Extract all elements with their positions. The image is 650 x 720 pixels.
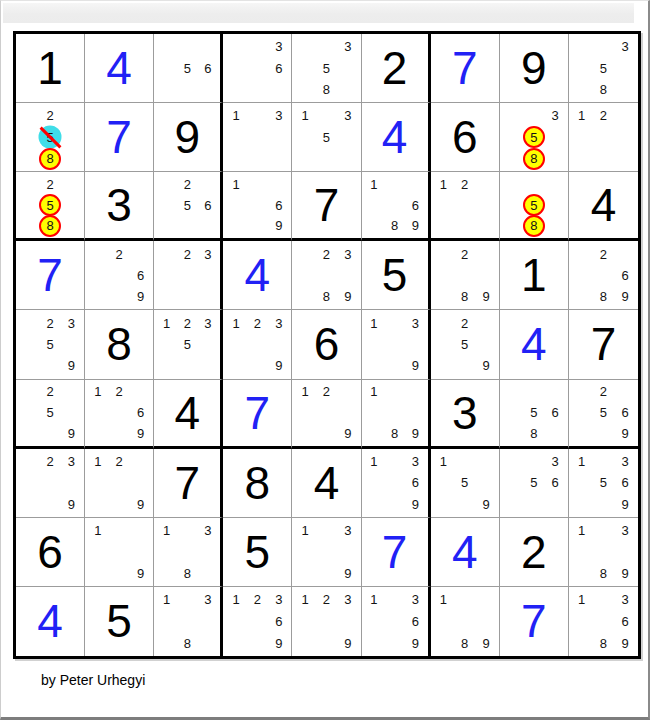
- candidate-empty-slot: [337, 265, 358, 286]
- title-bar: [3, 3, 634, 23]
- candidate-empty-slot: [247, 611, 268, 633]
- candidate-empty-slot: [433, 286, 454, 307]
- cell-r9c8[interactable]: 7: [500, 587, 569, 656]
- candidate-3: 3: [614, 36, 636, 57]
- candidate-empty-slot: [61, 472, 82, 493]
- candidate-empty-slot: [364, 611, 385, 633]
- candidate-empty-slot: [384, 451, 405, 472]
- cell-r4c9[interactable]: 2689: [569, 241, 638, 310]
- cell-r8c8[interactable]: 2: [500, 518, 569, 587]
- candidate-empty-slot: [294, 243, 315, 264]
- cell-r3c8[interactable]: 58: [500, 172, 569, 241]
- candidate-grid: 2389: [294, 243, 358, 307]
- candidate-grid: 13: [225, 105, 289, 169]
- cell-r5c8[interactable]: 4: [500, 310, 569, 379]
- candidate-empty-slot: [384, 312, 405, 333]
- candidate-6: 6: [268, 57, 289, 78]
- candidate-1: 1: [294, 105, 315, 126]
- candidate-empty-slot: [614, 57, 636, 78]
- candidate-circle-highlight: 8: [523, 148, 545, 170]
- candidate-3: 3: [198, 243, 219, 264]
- candidate-2: 2: [316, 589, 337, 611]
- cell-r4c8[interactable]: 1: [500, 241, 569, 310]
- cell-r3c5[interactable]: 7: [292, 172, 361, 241]
- candidate-empty-slot: [130, 520, 151, 541]
- cell-r9c4[interactable]: 12369: [223, 587, 292, 656]
- cell-r4c3[interactable]: 23: [154, 241, 223, 310]
- candidate-eliminated-highlight: 5: [39, 126, 62, 149]
- cell-r1c9[interactable]: 358: [569, 34, 638, 103]
- given-digit: 6: [16, 518, 84, 586]
- candidate-empty-slot: [337, 148, 358, 169]
- candidate-5: 5: [316, 57, 337, 78]
- candidate-empty-slot: [130, 541, 151, 562]
- candidate-1: 1: [87, 451, 108, 472]
- candidate-empty-slot: [475, 589, 496, 611]
- candidate-6: 6: [405, 611, 426, 633]
- candidate-empty-slot: [177, 79, 198, 100]
- cell-r3c3[interactable]: 256: [154, 172, 223, 241]
- candidate-grid: 568: [502, 382, 566, 444]
- candidate-empty-slot: [156, 541, 177, 562]
- candidate-empty-slot: [61, 216, 82, 237]
- candidate-2: 2: [177, 312, 198, 333]
- cell-r7c7[interactable]: 159: [431, 449, 500, 518]
- candidate-grid: 58: [502, 174, 566, 236]
- candidate-empty-slot: [198, 265, 219, 286]
- cell-r8c1[interactable]: 6: [16, 518, 85, 587]
- author-credit: by Peter Urhegyi: [41, 672, 145, 688]
- candidate-empty-slot: [475, 216, 496, 237]
- cell-r7c4[interactable]: 8: [223, 449, 292, 518]
- cell-r4c7[interactable]: 289: [431, 241, 500, 310]
- candidate-grid: 269: [87, 243, 151, 307]
- candidate-empty-slot: [454, 611, 475, 633]
- candidate-empty-slot: [177, 265, 198, 286]
- candidate-grid: 2359: [18, 312, 82, 376]
- cell-r2c9[interactable]: 12: [569, 103, 638, 172]
- cell-r4c1[interactable]: 7: [16, 241, 85, 310]
- candidate-5: 5: [593, 402, 615, 423]
- cell-r1c7[interactable]: 7: [431, 34, 500, 103]
- candidate-grid: 1239: [294, 589, 358, 654]
- candidate-empty-slot: [571, 286, 593, 307]
- cell-r7c9[interactable]: 13569: [569, 449, 638, 518]
- candidate-empty-slot: [502, 174, 523, 195]
- candidate-empty-slot: [384, 493, 405, 514]
- candidate-empty-slot: [130, 451, 151, 472]
- cell-r4c6[interactable]: 5: [362, 241, 431, 310]
- given-digit: 3: [431, 380, 499, 446]
- candidate-9: 9: [268, 216, 289, 237]
- candidate-empty-slot: [156, 174, 177, 195]
- candidate-grid: 138: [156, 589, 218, 654]
- cell-r8c9[interactable]: 1389: [569, 518, 638, 587]
- candidate-empty-slot: [61, 195, 82, 216]
- cell-r7c6[interactable]: 1369: [362, 449, 431, 518]
- candidate-grid: 1369: [364, 589, 426, 654]
- given-digit: 7: [292, 172, 360, 238]
- candidate-empty-slot: [18, 174, 39, 195]
- cell-r7c3[interactable]: 7: [154, 449, 223, 518]
- cell-r5c3[interactable]: 1235: [154, 310, 223, 379]
- cell-r6c7[interactable]: 3: [431, 380, 500, 449]
- candidate-empty-slot: [454, 195, 475, 216]
- given-digit: 7: [569, 310, 638, 378]
- cell-r9c1[interactable]: 4: [16, 587, 85, 656]
- candidate-empty-slot: [268, 126, 289, 147]
- candidate-5: 5: [177, 195, 198, 216]
- candidate-empty-slot: [502, 105, 523, 126]
- candidate-5: 5: [177, 334, 198, 355]
- candidate-3: 3: [337, 589, 358, 611]
- entered-digit: 7: [223, 380, 291, 446]
- candidate-5: 5: [39, 126, 60, 147]
- candidate-empty-slot: [614, 541, 636, 562]
- candidate-grid: 258: [18, 174, 82, 236]
- candidate-empty-slot: [593, 611, 615, 633]
- candidate-empty-slot: [502, 472, 523, 493]
- candidate-empty-slot: [571, 541, 593, 562]
- candidate-empty-slot: [571, 493, 593, 514]
- candidate-empty-slot: [247, 195, 268, 216]
- candidate-empty-slot: [384, 472, 405, 493]
- cell-r7c2[interactable]: 129: [85, 449, 154, 518]
- candidate-6: 6: [405, 472, 426, 493]
- candidate-grid: 135: [294, 105, 358, 169]
- candidate-8: 8: [316, 286, 337, 307]
- cell-r3c1[interactable]: 258: [16, 172, 85, 241]
- given-digit: 4: [569, 172, 638, 238]
- candidate-empty-slot: [454, 493, 475, 514]
- cell-r5c4[interactable]: 1239: [223, 310, 292, 379]
- cell-r4c4[interactable]: 4: [223, 241, 292, 310]
- candidate-2: 2: [108, 451, 129, 472]
- candidate-empty-slot: [39, 423, 60, 444]
- candidate-5: 5: [454, 334, 475, 355]
- candidate-empty-slot: [108, 541, 129, 562]
- candidate-empty-slot: [87, 472, 108, 493]
- candidate-empty-slot: [593, 493, 615, 514]
- cell-r7c1[interactable]: 239: [16, 449, 85, 518]
- entered-digit: 4: [500, 310, 568, 378]
- cell-r1c8[interactable]: 9: [500, 34, 569, 103]
- candidate-empty-slot: [225, 632, 246, 654]
- cell-r2c4[interactable]: 13: [223, 103, 292, 172]
- candidate-grid: 1689: [364, 174, 426, 236]
- candidate-3: 3: [545, 105, 566, 126]
- cell-r2c6[interactable]: 4: [362, 103, 431, 172]
- candidate-empty-slot: [268, 79, 289, 100]
- candidate-empty-slot: [247, 36, 268, 57]
- candidate-empty-slot: [571, 472, 593, 493]
- cell-r1c2[interactable]: 4: [85, 34, 154, 103]
- candidate-empty-slot: [225, 36, 246, 57]
- candidate-empty-slot: [523, 174, 544, 195]
- cell-r6c2[interactable]: 1269: [85, 380, 154, 449]
- candidate-empty-slot: [502, 423, 523, 444]
- candidate-empty-slot: [198, 79, 219, 100]
- cell-r4c5[interactable]: 2389: [292, 241, 361, 310]
- candidate-1: 1: [571, 589, 593, 611]
- candidate-grid: 159: [433, 451, 497, 515]
- candidate-empty-slot: [614, 126, 636, 147]
- cell-r2c7[interactable]: 6: [431, 103, 500, 172]
- candidate-9: 9: [475, 286, 496, 307]
- candidate-2: 2: [454, 243, 475, 264]
- cell-r3c9[interactable]: 4: [569, 172, 638, 241]
- candidate-empty-slot: [294, 265, 315, 286]
- cell-r3c6[interactable]: 1689: [362, 172, 431, 241]
- candidate-empty-slot: [18, 355, 39, 376]
- candidate-6: 6: [130, 402, 151, 423]
- candidate-empty-slot: [571, 402, 593, 423]
- candidate-empty-slot: [247, 334, 268, 355]
- cell-r2c5[interactable]: 135: [292, 103, 361, 172]
- candidate-3: 3: [337, 520, 358, 541]
- entered-digit: 7: [431, 34, 499, 102]
- candidate-empty-slot: [454, 216, 475, 237]
- candidate-grid: 169: [225, 174, 289, 236]
- candidate-empty-slot: [156, 79, 177, 100]
- candidate-2: 2: [39, 174, 60, 195]
- candidate-empty-slot: [545, 126, 566, 147]
- cell-r6c1[interactable]: 259: [16, 380, 85, 449]
- candidate-empty-slot: [130, 472, 151, 493]
- candidate-empty-slot: [502, 382, 523, 403]
- candidate-empty-slot: [433, 265, 454, 286]
- candidate-empty-slot: [18, 334, 39, 355]
- candidate-empty-slot: [364, 216, 385, 237]
- candidate-2: 2: [108, 382, 129, 403]
- candidate-9: 9: [405, 355, 426, 376]
- cell-r8c4[interactable]: 5: [223, 518, 292, 587]
- candidate-grid: 19: [87, 520, 151, 584]
- candidate-8: 8: [454, 632, 475, 654]
- candidate-empty-slot: [316, 520, 337, 541]
- candidate-empty-slot: [593, 126, 615, 147]
- cell-r9c2[interactable]: 5: [85, 587, 154, 656]
- candidate-empty-slot: [433, 355, 454, 376]
- candidate-empty-slot: [475, 174, 496, 195]
- candidate-9: 9: [614, 563, 636, 584]
- candidate-empty-slot: [294, 541, 315, 562]
- entered-digit: 4: [223, 241, 291, 309]
- cell-r1c3[interactable]: 56: [154, 34, 223, 103]
- candidate-empty-slot: [156, 355, 177, 376]
- candidate-empty-slot: [571, 632, 593, 654]
- candidate-5: 5: [39, 334, 60, 355]
- candidate-empty-slot: [39, 493, 60, 514]
- candidate-empty-slot: [571, 611, 593, 633]
- candidate-empty-slot: [571, 36, 593, 57]
- candidate-empty-slot: [364, 195, 385, 216]
- candidate-3: 3: [337, 243, 358, 264]
- cell-r8c3[interactable]: 138: [154, 518, 223, 587]
- cell-r6c5[interactable]: 129: [292, 380, 361, 449]
- candidate-empty-slot: [316, 148, 337, 169]
- candidate-empty-slot: [87, 243, 108, 264]
- candidate-empty-slot: [364, 493, 385, 514]
- candidate-empty-slot: [405, 174, 426, 195]
- sudoku-board: 1456363582793582587913135463581225832561…: [13, 31, 641, 659]
- entered-digit: 7: [85, 103, 153, 171]
- candidate-empty-slot: [39, 472, 60, 493]
- candidate-9: 9: [405, 632, 426, 654]
- candidate-2: 2: [593, 105, 615, 126]
- candidate-empty-slot: [87, 402, 108, 423]
- candidate-empty-slot: [545, 216, 566, 237]
- candidate-grid: 13689: [571, 589, 636, 654]
- cell-r6c6[interactable]: 189: [362, 380, 431, 449]
- candidate-empty-slot: [571, 243, 593, 264]
- cell-r7c8[interactable]: 356: [500, 449, 569, 518]
- candidate-empty-slot: [18, 195, 39, 216]
- candidate-empty-slot: [18, 105, 39, 126]
- candidate-empty-slot: [225, 126, 246, 147]
- candidate-grid: 358: [294, 36, 358, 100]
- candidate-empty-slot: [337, 541, 358, 562]
- cell-r9c3[interactable]: 138: [154, 587, 223, 656]
- cell-r1c4[interactable]: 36: [223, 34, 292, 103]
- candidate-empty-slot: [433, 312, 454, 333]
- cell-r1c1[interactable]: 1: [16, 34, 85, 103]
- candidate-5: 5: [39, 195, 60, 216]
- cell-r2c8[interactable]: 358: [500, 103, 569, 172]
- cell-r3c7[interactable]: 12: [431, 172, 500, 241]
- cell-r8c7[interactable]: 4: [431, 518, 500, 587]
- candidate-empty-slot: [225, 611, 246, 633]
- candidate-empty-slot: [177, 36, 198, 57]
- candidate-empty-slot: [294, 148, 315, 169]
- candidate-empty-slot: [294, 402, 315, 423]
- candidate-empty-slot: [247, 126, 268, 147]
- candidate-empty-slot: [87, 493, 108, 514]
- cell-r5c2[interactable]: 8: [85, 310, 154, 379]
- candidate-3: 3: [61, 312, 82, 333]
- cell-r9c9[interactable]: 13689: [569, 587, 638, 656]
- candidate-empty-slot: [593, 520, 615, 541]
- cell-r9c7[interactable]: 189: [431, 587, 500, 656]
- cell-r3c4[interactable]: 169: [223, 172, 292, 241]
- candidate-3: 3: [198, 520, 219, 541]
- candidate-empty-slot: [475, 451, 496, 472]
- cell-r4c2[interactable]: 269: [85, 241, 154, 310]
- cell-r7c5[interactable]: 4: [292, 449, 361, 518]
- cell-r2c1[interactable]: 258: [16, 103, 85, 172]
- candidate-grid: 1239: [225, 312, 289, 376]
- candidate-empty-slot: [247, 148, 268, 169]
- candidate-3: 3: [268, 312, 289, 333]
- cell-r8c6[interactable]: 7: [362, 518, 431, 587]
- candidate-empty-slot: [454, 355, 475, 376]
- candidate-empty-slot: [61, 382, 82, 403]
- candidate-empty-slot: [18, 451, 39, 472]
- candidate-8: 8: [593, 563, 615, 584]
- candidate-empty-slot: [316, 423, 337, 444]
- cell-r1c6[interactable]: 2: [362, 34, 431, 103]
- candidate-empty-slot: [18, 382, 39, 403]
- candidate-empty-slot: [198, 286, 219, 307]
- candidate-empty-slot: [364, 472, 385, 493]
- candidate-9: 9: [268, 355, 289, 376]
- candidate-6: 6: [405, 195, 426, 216]
- candidate-grid: 2689: [571, 243, 636, 307]
- cell-r6c9[interactable]: 2569: [569, 380, 638, 449]
- candidate-grid: 12: [433, 174, 497, 236]
- cell-r5c1[interactable]: 2359: [16, 310, 85, 379]
- candidate-grid: 139: [364, 312, 426, 376]
- candidate-empty-slot: [294, 563, 315, 584]
- cell-r5c5[interactable]: 6: [292, 310, 361, 379]
- candidate-empty-slot: [571, 563, 593, 584]
- candidate-5: 5: [316, 126, 337, 147]
- given-digit: 4: [292, 449, 360, 517]
- candidate-empty-slot: [523, 493, 544, 514]
- cell-r6c3[interactable]: 4: [154, 380, 223, 449]
- candidate-empty-slot: [156, 611, 177, 633]
- cell-r8c2[interactable]: 19: [85, 518, 154, 587]
- candidate-empty-slot: [294, 36, 315, 57]
- candidate-empty-slot: [18, 126, 39, 147]
- candidate-1: 1: [364, 174, 385, 195]
- cell-r2c2[interactable]: 7: [85, 103, 154, 172]
- given-digit: 8: [85, 310, 153, 378]
- candidate-6: 6: [614, 265, 636, 286]
- candidate-5: 5: [523, 195, 544, 216]
- cell-r8c5[interactable]: 139: [292, 518, 361, 587]
- cell-r2c3[interactable]: 9: [154, 103, 223, 172]
- candidate-empty-slot: [18, 472, 39, 493]
- candidate-grid: 358: [502, 105, 566, 169]
- candidate-grid: 358: [571, 36, 636, 100]
- cell-r5c7[interactable]: 259: [431, 310, 500, 379]
- candidate-1: 1: [364, 312, 385, 333]
- candidate-grid: 129: [294, 382, 358, 444]
- cell-r3c2[interactable]: 3: [85, 172, 154, 241]
- cell-r9c6[interactable]: 1369: [362, 587, 431, 656]
- candidate-empty-slot: [294, 57, 315, 78]
- candidate-empty-slot: [61, 126, 82, 147]
- candidate-2: 2: [108, 243, 129, 264]
- cell-r1c5[interactable]: 358: [292, 34, 361, 103]
- candidate-empty-slot: [108, 423, 129, 444]
- given-digit: 2: [500, 518, 568, 586]
- cell-r5c6[interactable]: 139: [362, 310, 431, 379]
- candidate-empty-slot: [545, 148, 566, 169]
- candidate-empty-slot: [316, 402, 337, 423]
- candidate-1: 1: [87, 382, 108, 403]
- cell-r6c8[interactable]: 568: [500, 380, 569, 449]
- candidate-1: 1: [571, 451, 593, 472]
- candidate-empty-slot: [61, 148, 82, 169]
- cell-r5c9[interactable]: 7: [569, 310, 638, 379]
- candidate-5: 5: [593, 472, 615, 493]
- candidate-circle-highlight: 5: [523, 126, 545, 148]
- candidate-grid: 356: [502, 451, 566, 515]
- cell-r9c5[interactable]: 1239: [292, 587, 361, 656]
- candidate-empty-slot: [156, 57, 177, 78]
- candidate-empty-slot: [502, 451, 523, 472]
- cell-r6c4[interactable]: 7: [223, 380, 292, 449]
- candidate-empty-slot: [177, 355, 198, 376]
- candidate-empty-slot: [475, 195, 496, 216]
- candidate-empty-slot: [384, 382, 405, 403]
- given-digit: 1: [500, 241, 568, 309]
- entered-digit: 4: [362, 103, 428, 171]
- candidate-5: 5: [523, 472, 544, 493]
- candidate-8: 8: [593, 632, 615, 654]
